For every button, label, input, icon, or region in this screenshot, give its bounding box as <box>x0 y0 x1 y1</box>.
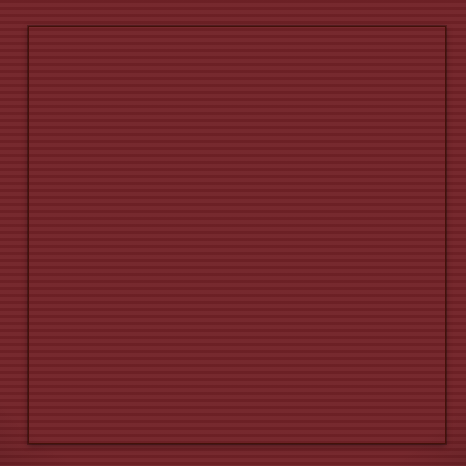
chess-board <box>28 26 446 444</box>
chess-board-frame <box>0 0 466 466</box>
